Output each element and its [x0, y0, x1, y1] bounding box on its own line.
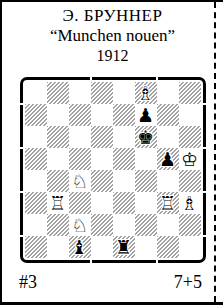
square-d3 [91, 192, 113, 214]
square-g6 [157, 126, 179, 148]
square-g7 [157, 104, 179, 126]
white-bishop-f8: ♝♗ [135, 82, 157, 104]
problem-header: Э. БРУННЕР “Munchen nouen” 1912 [2, 6, 223, 66]
square-e7 [113, 104, 135, 126]
piece-glyph: ♘ [69, 214, 91, 236]
square-b3: ♜♖ [47, 192, 69, 214]
frame-seam [20, 235, 24, 237]
square-f5 [135, 148, 157, 170]
piece-glyph: ♘ [69, 170, 91, 192]
square-f7: ♟♟ [135, 104, 157, 126]
square-b4 [47, 170, 69, 192]
square-c3 [69, 192, 91, 214]
square-e2 [113, 214, 135, 236]
square-d7 [91, 104, 113, 126]
square-g4 [157, 170, 179, 192]
caption-row: #3 7+5 [2, 271, 223, 293]
square-c8 [69, 82, 91, 104]
square-d5 [91, 148, 113, 170]
square-a4 [25, 170, 47, 192]
square-g8 [157, 82, 179, 104]
piece-glyph: ♚ [135, 126, 157, 148]
square-f4 [135, 170, 157, 192]
scanned-problem-page: Э. БРУННЕР “Munchen nouen” 1912 ♝♗♟♟♚♚♟♟… [0, 0, 223, 305]
square-a6 [25, 126, 47, 148]
frame-seam [90, 259, 92, 263]
material-count-label: 7+5 [174, 271, 202, 293]
square-a7 [25, 104, 47, 126]
white-knight-c4: ♞♘ [69, 170, 91, 192]
square-h1 [179, 236, 201, 258]
frame-seam [20, 191, 24, 193]
black-rook-e1: ♜♜ [113, 236, 135, 258]
frame-seam [202, 147, 206, 149]
square-c2: ♞♘ [69, 214, 91, 236]
square-d4 [91, 170, 113, 192]
square-c1: ♝♝ [69, 236, 91, 258]
square-b7 [47, 104, 69, 126]
square-g5: ♟♟ [157, 148, 179, 170]
square-h7 [179, 104, 201, 126]
square-b2 [47, 214, 69, 236]
source-publication: “Munchen nouen” [2, 26, 223, 46]
square-b6 [47, 126, 69, 148]
square-h4 [179, 170, 201, 192]
piece-glyph: ♜ [113, 236, 135, 258]
piece-glyph: ♔ [179, 148, 201, 170]
square-a1 [25, 236, 47, 258]
white-rook-g3: ♜♖ [157, 192, 179, 214]
square-e1: ♜♜ [113, 236, 135, 258]
stipulation-label: #3 [19, 271, 37, 293]
frame-seam [156, 77, 158, 81]
white-knight-c2: ♞♘ [69, 214, 91, 236]
piece-glyph: ♖ [47, 192, 69, 214]
square-f8: ♝♗ [135, 82, 157, 104]
square-d8 [91, 82, 113, 104]
square-e5 [113, 148, 135, 170]
frame-seam [202, 235, 206, 237]
square-d6 [91, 126, 113, 148]
square-a3 [25, 192, 47, 214]
square-h3: ♝♗ [179, 192, 201, 214]
piece-glyph: ♟ [157, 148, 179, 170]
black-king-f6: ♚♚ [135, 126, 157, 148]
frame-seam [90, 77, 92, 81]
square-f1 [135, 236, 157, 258]
square-c6 [69, 126, 91, 148]
white-king-h5: ♚♔ [179, 148, 201, 170]
piece-glyph: ♖ [157, 192, 179, 214]
square-e8 [113, 82, 135, 104]
square-d1 [91, 236, 113, 258]
square-a5 [25, 148, 47, 170]
square-a8 [25, 82, 47, 104]
frame-seam [156, 259, 158, 263]
square-e3 [113, 192, 135, 214]
piece-glyph: ♝ [69, 236, 91, 258]
white-rook-b3: ♜♖ [47, 192, 69, 214]
white-bishop-h3: ♝♗ [179, 192, 201, 214]
square-g1 [157, 236, 179, 258]
square-c7 [69, 104, 91, 126]
square-h5: ♚♔ [179, 148, 201, 170]
square-f6: ♚♚ [135, 126, 157, 148]
square-f2 [135, 214, 157, 236]
black-pawn-f7: ♟♟ [135, 104, 157, 126]
square-h6 [179, 126, 201, 148]
black-bishop-c1: ♝♝ [69, 236, 91, 258]
square-e4 [113, 170, 135, 192]
square-d2 [91, 214, 113, 236]
frame-seam [202, 103, 206, 105]
square-c5 [69, 148, 91, 170]
frame-seam [20, 147, 24, 149]
square-b8 [47, 82, 69, 104]
square-e6 [113, 126, 135, 148]
square-c4: ♞♘ [69, 170, 91, 192]
author-name: Э. БРУННЕР [2, 6, 223, 26]
piece-glyph: ♗ [179, 192, 201, 214]
square-h2 [179, 214, 201, 236]
chess-board: ♝♗♟♟♚♚♟♟♚♔♞♘♜♖♜♖♝♗♞♘♝♝♜♜ [25, 82, 201, 258]
square-f3 [135, 192, 157, 214]
piece-glyph: ♟ [135, 104, 157, 126]
square-b1 [47, 236, 69, 258]
chess-board-frame: ♝♗♟♟♚♚♟♟♚♔♞♘♜♖♜♖♝♗♞♘♝♝♜♜ [20, 77, 206, 263]
black-pawn-g5: ♟♟ [157, 148, 179, 170]
square-g2 [157, 214, 179, 236]
publication-year: 1912 [2, 46, 223, 66]
square-h8 [179, 82, 201, 104]
page-edge-dashed-line [214, 2, 216, 302]
piece-glyph: ♗ [135, 82, 157, 104]
square-b5 [47, 148, 69, 170]
square-a2 [25, 214, 47, 236]
frame-seam [20, 103, 24, 105]
frame-seam [202, 191, 206, 193]
square-g3: ♜♖ [157, 192, 179, 214]
